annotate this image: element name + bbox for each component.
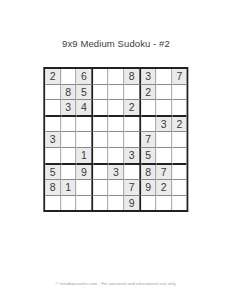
sudoku-cell-empty[interactable] xyxy=(172,196,187,211)
sudoku-cell-empty[interactable] xyxy=(124,85,141,101)
sudoku-cell-empty[interactable] xyxy=(156,69,172,85)
sudoku-cell-empty[interactable] xyxy=(61,148,77,165)
sudoku-cell-given: 2 xyxy=(156,180,172,196)
sudoku-cell-empty[interactable] xyxy=(93,180,109,196)
sudoku-cell-empty[interactable] xyxy=(124,165,141,181)
sudoku-cell-empty[interactable] xyxy=(109,69,125,85)
sudoku-cell-empty[interactable] xyxy=(77,117,94,133)
sudoku-cell-given: 2 xyxy=(124,100,141,117)
sudoku-cell-given: 7 xyxy=(172,69,187,85)
sudoku-cell-empty[interactable] xyxy=(109,196,125,211)
sudoku-cell-given: 1 xyxy=(77,148,94,165)
sudoku-page: 9x9 Medium Sudoku - #2 26837852342323713… xyxy=(0,0,232,300)
sudoku-cell-given: 7 xyxy=(156,165,172,181)
sudoku-cell-empty[interactable] xyxy=(93,148,109,165)
sudoku-cell-empty[interactable] xyxy=(172,148,187,165)
sudoku-cell-given: 3 xyxy=(45,132,61,148)
page-title: 9x9 Medium Sudoku - #2 xyxy=(0,38,232,49)
sudoku-cell-empty[interactable] xyxy=(45,196,61,211)
sudoku-cell-empty[interactable] xyxy=(156,132,172,148)
sudoku-cell-empty[interactable] xyxy=(109,180,125,196)
sudoku-cell-given: 9 xyxy=(77,165,94,181)
sudoku-cell-given: 2 xyxy=(172,117,187,133)
sudoku-cell-empty[interactable] xyxy=(61,69,77,85)
sudoku-cell-empty[interactable] xyxy=(172,100,187,117)
sudoku-cell-empty[interactable] xyxy=(109,148,125,165)
sudoku-cell-empty[interactable] xyxy=(93,165,109,181)
sudoku-cell-empty[interactable] xyxy=(172,85,187,101)
sudoku-cell-empty[interactable] xyxy=(124,132,141,148)
sudoku-cell-empty[interactable] xyxy=(93,117,109,133)
sudoku-cell-empty[interactable] xyxy=(141,117,157,133)
sudoku-cell-empty[interactable] xyxy=(77,180,94,196)
sudoku-cell-empty[interactable] xyxy=(141,196,157,211)
sudoku-cell-empty[interactable] xyxy=(61,132,77,148)
sudoku-cell-given: 7 xyxy=(141,132,157,148)
sudoku-cell-empty[interactable] xyxy=(156,85,172,101)
sudoku-cell-empty[interactable] xyxy=(124,117,141,133)
sudoku-cell-given: 6 xyxy=(77,69,94,85)
sudoku-cell-empty[interactable] xyxy=(45,85,61,101)
sudoku-cell-given: 3 xyxy=(109,165,125,181)
sudoku-cell-given: 5 xyxy=(77,85,94,101)
sudoku-cell-empty[interactable] xyxy=(109,132,125,148)
sudoku-cell-empty[interactable] xyxy=(61,196,77,211)
footer-copyright-text: © mindtopuzzles.com · For personal and e… xyxy=(56,281,177,286)
sudoku-cell-empty[interactable] xyxy=(109,100,125,117)
sudoku-cell-given: 8 xyxy=(61,85,77,101)
sudoku-cell-given: 2 xyxy=(141,85,157,101)
sudoku-cell-empty[interactable] xyxy=(172,180,187,196)
sudoku-cell-given: 3 xyxy=(124,148,141,165)
sudoku-cell-empty[interactable] xyxy=(61,117,77,133)
sudoku-cell-given: 8 xyxy=(141,165,157,181)
sudoku-cell-empty[interactable] xyxy=(109,85,125,101)
sudoku-cell-empty[interactable] xyxy=(93,196,109,211)
sudoku-cell-empty[interactable] xyxy=(172,132,187,148)
footer-copyright: © mindtopuzzles.com · For personal and e… xyxy=(0,281,232,290)
sudoku-cell-empty[interactable] xyxy=(109,117,125,133)
sudoku-cell-given: 4 xyxy=(77,100,94,117)
sudoku-cell-empty[interactable] xyxy=(141,100,157,117)
sudoku-cell-empty[interactable] xyxy=(77,196,94,211)
sudoku-cell-empty[interactable] xyxy=(93,85,109,101)
sudoku-cell-given: 9 xyxy=(141,180,157,196)
sudoku-cell-given: 3 xyxy=(61,100,77,117)
sudoku-cell-given: 5 xyxy=(141,148,157,165)
sudoku-cell-empty[interactable] xyxy=(156,196,172,211)
sudoku-cell-given: 7 xyxy=(124,180,141,196)
sudoku-cell-given: 8 xyxy=(124,69,141,85)
sudoku-cell-empty[interactable] xyxy=(77,132,94,148)
sudoku-cell-empty[interactable] xyxy=(45,100,61,117)
sudoku-cell-empty[interactable] xyxy=(156,100,172,117)
sudoku-cell-empty[interactable] xyxy=(93,69,109,85)
sudoku-cell-empty[interactable] xyxy=(156,148,172,165)
sudoku-cell-given: 5 xyxy=(45,165,61,181)
sudoku-cell-given: 1 xyxy=(61,180,77,196)
sudoku-cell-empty[interactable] xyxy=(172,165,187,181)
sudoku-cell-given: 9 xyxy=(124,196,141,211)
sudoku-cell-given: 2 xyxy=(45,69,61,85)
sudoku-cell-empty[interactable] xyxy=(61,165,77,181)
sudoku-cell-given: 8 xyxy=(45,180,61,196)
sudoku-cell-given: 3 xyxy=(156,117,172,133)
sudoku-grid: 26837852342323713559387817929 xyxy=(43,67,188,212)
sudoku-cell-given: 3 xyxy=(141,69,157,85)
sudoku-cell-empty[interactable] xyxy=(93,132,109,148)
sudoku-cell-empty[interactable] xyxy=(45,117,61,133)
sudoku-cell-empty[interactable] xyxy=(93,100,109,117)
sudoku-cell-empty[interactable] xyxy=(45,148,61,165)
